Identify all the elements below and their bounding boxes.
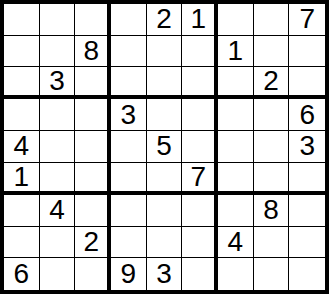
sudoku-cell-r5c9[interactable]: 3 — [289, 131, 325, 163]
sudoku-cell-r6c1[interactable]: 1 — [4, 163, 40, 195]
sudoku-cell-r7c2[interactable]: 4 — [40, 195, 76, 227]
sudoku-cell-r4c8[interactable] — [254, 99, 290, 131]
sudoku-cell-r3c3[interactable] — [75, 67, 111, 99]
sudoku-cell-r8c5[interactable] — [147, 227, 183, 259]
sudoku-cell-r5c3[interactable] — [75, 131, 111, 163]
sudoku-cell-r2c3[interactable]: 8 — [75, 36, 111, 68]
sudoku-cell-r9c6[interactable] — [182, 258, 218, 290]
sudoku-cell-r2c7[interactable]: 1 — [218, 36, 254, 68]
sudoku-cell-r6c6[interactable]: 7 — [182, 163, 218, 195]
sudoku-cell-r3c7[interactable] — [218, 67, 254, 99]
sudoku-cell-r9c2[interactable] — [40, 258, 76, 290]
sudoku-cell-r1c3[interactable] — [75, 4, 111, 36]
sudoku-cell-r6c3[interactable] — [75, 163, 111, 195]
sudoku-cell-r5c7[interactable] — [218, 131, 254, 163]
sudoku-cell-r3c4[interactable] — [111, 67, 147, 99]
sudoku-cell-r9c5[interactable]: 3 — [147, 258, 183, 290]
sudoku-cell-r6c5[interactable] — [147, 163, 183, 195]
sudoku-cell-r2c4[interactable] — [111, 36, 147, 68]
sudoku-cell-r9c8[interactable] — [254, 258, 290, 290]
sudoku-cell-r1c9[interactable]: 7 — [289, 4, 325, 36]
sudoku-cell-r2c6[interactable] — [182, 36, 218, 68]
sudoku-cell-r5c2[interactable] — [40, 131, 76, 163]
sudoku-cell-r2c2[interactable] — [40, 36, 76, 68]
sudoku-board: 217813236453174824693 — [0, 0, 329, 294]
sudoku-cell-r4c7[interactable] — [218, 99, 254, 131]
sudoku-cell-r7c9[interactable] — [289, 195, 325, 227]
sudoku-cell-r4c6[interactable] — [182, 99, 218, 131]
sudoku-cell-r6c4[interactable] — [111, 163, 147, 195]
sudoku-cell-r9c7[interactable] — [218, 258, 254, 290]
sudoku-cell-r8c9[interactable] — [289, 227, 325, 259]
sudoku-cell-r4c9[interactable]: 6 — [289, 99, 325, 131]
sudoku-cell-r7c4[interactable] — [111, 195, 147, 227]
sudoku-cell-r6c8[interactable] — [254, 163, 290, 195]
sudoku-cell-r6c9[interactable] — [289, 163, 325, 195]
sudoku-cell-r6c2[interactable] — [40, 163, 76, 195]
sudoku-cell-r1c1[interactable] — [4, 4, 40, 36]
sudoku-cell-r1c7[interactable] — [218, 4, 254, 36]
sudoku-cell-r4c3[interactable] — [75, 99, 111, 131]
sudoku-cell-r8c8[interactable] — [254, 227, 290, 259]
sudoku-cell-r8c7[interactable]: 4 — [218, 227, 254, 259]
sudoku-cell-r7c7[interactable] — [218, 195, 254, 227]
sudoku-cell-r4c4[interactable]: 3 — [111, 99, 147, 131]
sudoku-cell-r1c5[interactable]: 2 — [147, 4, 183, 36]
sudoku-cell-r7c8[interactable]: 8 — [254, 195, 290, 227]
sudoku-cell-r3c2[interactable]: 3 — [40, 67, 76, 99]
sudoku-cell-r1c4[interactable] — [111, 4, 147, 36]
sudoku-cell-r3c1[interactable] — [4, 67, 40, 99]
sudoku-cell-r3c6[interactable] — [182, 67, 218, 99]
sudoku-cell-r5c4[interactable] — [111, 131, 147, 163]
sudoku-cell-r2c5[interactable] — [147, 36, 183, 68]
sudoku-cell-r4c5[interactable] — [147, 99, 183, 131]
sudoku-cell-r9c1[interactable]: 6 — [4, 258, 40, 290]
sudoku-cell-r7c6[interactable] — [182, 195, 218, 227]
sudoku-cell-r3c9[interactable] — [289, 67, 325, 99]
sudoku-cell-r9c9[interactable] — [289, 258, 325, 290]
sudoku-cell-r7c5[interactable] — [147, 195, 183, 227]
sudoku-cell-r7c1[interactable] — [4, 195, 40, 227]
sudoku-cell-r8c6[interactable] — [182, 227, 218, 259]
sudoku-cell-r3c8[interactable]: 2 — [254, 67, 290, 99]
sudoku-cell-r5c8[interactable] — [254, 131, 290, 163]
sudoku-cell-r6c7[interactable] — [218, 163, 254, 195]
sudoku-cell-r2c9[interactable] — [289, 36, 325, 68]
sudoku-cell-r3c5[interactable] — [147, 67, 183, 99]
sudoku-cell-r8c3[interactable]: 2 — [75, 227, 111, 259]
sudoku-cell-r8c1[interactable] — [4, 227, 40, 259]
sudoku-cell-r5c6[interactable] — [182, 131, 218, 163]
sudoku-cell-r2c8[interactable] — [254, 36, 290, 68]
sudoku-cell-r2c1[interactable] — [4, 36, 40, 68]
sudoku-cell-r9c3[interactable] — [75, 258, 111, 290]
sudoku-cell-r8c2[interactable] — [40, 227, 76, 259]
sudoku-cell-r7c3[interactable] — [75, 195, 111, 227]
sudoku-cell-r4c1[interactable] — [4, 99, 40, 131]
sudoku-cell-r1c8[interactable] — [254, 4, 290, 36]
sudoku-cell-r1c2[interactable] — [40, 4, 76, 36]
sudoku-cell-r8c4[interactable] — [111, 227, 147, 259]
sudoku-cell-r9c4[interactable]: 9 — [111, 258, 147, 290]
sudoku-cell-r4c2[interactable] — [40, 99, 76, 131]
sudoku-cell-r5c5[interactable]: 5 — [147, 131, 183, 163]
sudoku-cell-r5c1[interactable]: 4 — [4, 131, 40, 163]
sudoku-cell-r1c6[interactable]: 1 — [182, 4, 218, 36]
